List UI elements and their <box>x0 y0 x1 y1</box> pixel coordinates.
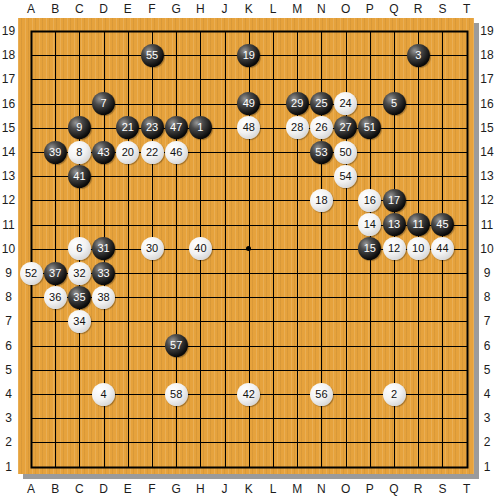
row-label-left-3: 3 <box>0 411 17 425</box>
stone-black-39-B14: 39 <box>44 141 67 164</box>
stone-black-29-M16: 29 <box>286 92 309 115</box>
column-label-top-R: R <box>406 2 430 16</box>
row-label-left-12: 12 <box>0 193 17 207</box>
row-label-right-16: 16 <box>478 97 496 111</box>
row-label-right-4: 4 <box>478 387 496 401</box>
stone-white-56-N4: 56 <box>310 383 333 406</box>
column-label-top-M: M <box>285 2 309 16</box>
row-label-left-9: 9 <box>0 266 17 280</box>
stone-white-22-F14: 22 <box>141 141 164 164</box>
row-label-right-12: 12 <box>478 193 496 207</box>
stone-white-18-N12: 18 <box>310 189 333 212</box>
stone-white-10-R10: 10 <box>407 237 430 260</box>
column-label-bottom-G: G <box>164 482 188 496</box>
row-label-left-18: 18 <box>0 48 17 62</box>
stone-white-20-E14: 20 <box>116 141 139 164</box>
column-label-top-B: B <box>43 2 67 16</box>
row-label-right-6: 6 <box>478 339 496 353</box>
column-label-top-G: G <box>164 2 188 16</box>
column-label-top-P: P <box>358 2 382 16</box>
stone-black-23-F15: 23 <box>141 116 164 139</box>
row-label-right-1: 1 <box>478 460 496 474</box>
row-label-left-10: 10 <box>0 242 17 256</box>
stone-white-30-F10: 30 <box>141 237 164 260</box>
column-label-bottom-P: P <box>358 482 382 496</box>
stone-white-4-D4: 4 <box>92 383 115 406</box>
column-label-bottom-Q: Q <box>382 482 406 496</box>
column-label-bottom-C: C <box>67 482 91 496</box>
stone-white-36-B8: 36 <box>44 286 67 309</box>
column-label-bottom-T: T <box>455 482 479 496</box>
column-label-bottom-K: K <box>237 482 261 496</box>
stone-white-32-C9: 32 <box>68 262 91 285</box>
column-label-bottom-F: F <box>140 482 164 496</box>
column-label-bottom-L: L <box>261 482 285 496</box>
column-label-top-L: L <box>261 2 285 16</box>
board-shadow-bottom <box>23 474 479 479</box>
column-label-top-S: S <box>430 2 454 16</box>
stone-black-3-R18: 3 <box>407 44 430 67</box>
stone-white-2-Q4: 2 <box>383 383 406 406</box>
column-label-top-T: T <box>455 2 479 16</box>
column-label-bottom-N: N <box>309 482 333 496</box>
row-label-left-16: 16 <box>0 97 17 111</box>
stone-black-25-N16: 25 <box>310 92 333 115</box>
stone-white-12-Q10: 12 <box>383 237 406 260</box>
column-label-bottom-S: S <box>430 482 454 496</box>
row-label-left-19: 19 <box>0 24 17 38</box>
row-label-left-11: 11 <box>0 218 17 232</box>
column-label-top-Q: Q <box>382 2 406 16</box>
stone-black-47-G15: 47 <box>165 116 188 139</box>
row-label-right-9: 9 <box>478 266 496 280</box>
column-label-bottom-H: H <box>188 482 212 496</box>
stone-black-19-K18: 19 <box>237 44 260 67</box>
stone-white-46-G14: 46 <box>165 141 188 164</box>
column-label-bottom-B: B <box>43 482 67 496</box>
column-label-bottom-J: J <box>213 482 237 496</box>
row-label-right-10: 10 <box>478 242 496 256</box>
column-label-top-N: N <box>309 2 333 16</box>
column-label-bottom-E: E <box>116 482 140 496</box>
row-label-right-5: 5 <box>478 363 496 377</box>
stone-black-57-G6: 57 <box>165 334 188 357</box>
stone-black-11-R11: 11 <box>407 213 430 236</box>
row-label-right-15: 15 <box>478 121 496 135</box>
stone-white-54-O13: 54 <box>334 165 357 188</box>
column-label-top-F: F <box>140 2 164 16</box>
stone-black-35-C8: 35 <box>68 286 91 309</box>
stone-white-58-G4: 58 <box>165 383 188 406</box>
stone-white-50-O14: 50 <box>334 141 357 164</box>
stone-black-5-Q16: 5 <box>383 92 406 115</box>
stone-black-53-N14: 53 <box>310 141 333 164</box>
row-label-left-13: 13 <box>0 169 17 183</box>
row-label-right-8: 8 <box>478 290 496 304</box>
stone-white-38-D8: 38 <box>92 286 115 309</box>
row-label-right-14: 14 <box>478 145 496 159</box>
row-label-left-4: 4 <box>0 387 17 401</box>
stone-white-52-A9: 52 <box>20 262 43 285</box>
row-label-left-5: 5 <box>0 363 17 377</box>
stone-black-55-F18: 55 <box>141 44 164 67</box>
row-label-left-7: 7 <box>0 314 17 328</box>
row-label-left-8: 8 <box>0 290 17 304</box>
column-label-top-J: J <box>213 2 237 16</box>
row-label-right-11: 11 <box>478 218 496 232</box>
row-label-left-14: 14 <box>0 145 17 159</box>
column-label-top-C: C <box>67 2 91 16</box>
row-label-left-17: 17 <box>0 72 17 86</box>
column-label-bottom-A: A <box>19 482 43 496</box>
stone-black-41-C13: 41 <box>68 165 91 188</box>
stone-white-8-C14: 8 <box>68 141 91 164</box>
stone-black-37-B9: 37 <box>44 262 67 285</box>
stone-black-17-Q12: 17 <box>383 189 406 212</box>
stone-black-45-S11: 45 <box>431 213 454 236</box>
stone-black-13-Q11: 13 <box>383 213 406 236</box>
row-label-left-15: 15 <box>0 121 17 135</box>
column-label-top-A: A <box>19 2 43 16</box>
column-label-bottom-D: D <box>92 482 116 496</box>
column-label-top-E: E <box>116 2 140 16</box>
stone-white-28-M15: 28 <box>286 116 309 139</box>
column-label-top-K: K <box>237 2 261 16</box>
row-label-right-2: 2 <box>478 435 496 449</box>
stone-white-42-K4: 42 <box>237 383 260 406</box>
column-label-bottom-R: R <box>406 482 430 496</box>
row-label-right-13: 13 <box>478 169 496 183</box>
column-label-top-D: D <box>92 2 116 16</box>
row-label-right-3: 3 <box>478 411 496 425</box>
row-label-left-2: 2 <box>0 435 17 449</box>
column-label-top-O: O <box>334 2 358 16</box>
row-label-right-19: 19 <box>478 24 496 38</box>
stone-white-34-C7: 34 <box>68 310 91 333</box>
row-label-right-17: 17 <box>478 72 496 86</box>
column-label-bottom-M: M <box>285 482 309 496</box>
stone-black-33-D9: 33 <box>92 262 115 285</box>
go-board[interactable]: 1234567891011121314151617181920212223242… <box>18 18 474 474</box>
column-label-top-H: H <box>188 2 212 16</box>
stone-black-43-D14: 43 <box>92 141 115 164</box>
go-diagram-page: 1234567891011121314151617181920212223242… <box>0 0 500 500</box>
row-label-left-1: 1 <box>0 460 17 474</box>
row-label-right-18: 18 <box>478 48 496 62</box>
row-label-left-6: 6 <box>0 339 17 353</box>
row-label-right-7: 7 <box>478 314 496 328</box>
column-label-bottom-O: O <box>334 482 358 496</box>
